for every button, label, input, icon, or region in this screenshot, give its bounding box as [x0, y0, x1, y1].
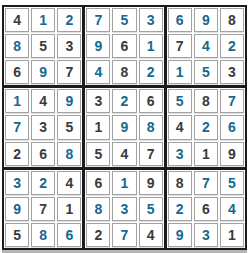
sudoku-box-7: 324971586: [4, 170, 82, 248]
cell-r5c1[interactable]: 7: [5, 115, 29, 139]
cell-r3c5[interactable]: 8: [112, 60, 136, 84]
cell-r7c4[interactable]: 6: [86, 171, 110, 195]
cell-r5c3[interactable]: 5: [57, 115, 81, 139]
cell-r1c8[interactable]: 9: [194, 8, 218, 32]
cell-r4c4[interactable]: 3: [86, 89, 110, 113]
cell-r7c6[interactable]: 9: [139, 171, 163, 195]
cell-r9c6[interactable]: 4: [139, 223, 163, 247]
cell-r7c1[interactable]: 3: [5, 171, 29, 195]
cell-r4c6[interactable]: 6: [139, 89, 163, 113]
cell-r2c7[interactable]: 7: [168, 34, 192, 58]
cell-r2c5[interactable]: 6: [112, 34, 136, 58]
sudoku-box-6: 587426319: [167, 88, 245, 166]
cell-r3c3[interactable]: 7: [57, 60, 81, 84]
cell-r3c6[interactable]: 2: [139, 60, 163, 84]
cell-r7c9[interactable]: 5: [220, 171, 244, 195]
cell-r9c3[interactable]: 6: [57, 223, 81, 247]
cell-r3c9[interactable]: 3: [220, 60, 244, 84]
cell-r9c5[interactable]: 7: [112, 223, 136, 247]
cell-r7c8[interactable]: 7: [194, 171, 218, 195]
cell-r6c2[interactable]: 6: [31, 142, 55, 166]
cell-r1c7[interactable]: 6: [168, 8, 192, 32]
cell-r1c3[interactable]: 2: [57, 8, 81, 32]
cell-r2c8[interactable]: 4: [194, 34, 218, 58]
cell-r4c1[interactable]: 1: [5, 89, 29, 113]
cell-r6c4[interactable]: 5: [86, 142, 110, 166]
cell-r8c1[interactable]: 9: [5, 197, 29, 221]
sudoku-box-2: 753961482: [85, 7, 163, 85]
cell-r9c1[interactable]: 5: [5, 223, 29, 247]
cell-r1c5[interactable]: 5: [112, 8, 136, 32]
cell-r8c6[interactable]: 5: [139, 197, 163, 221]
cell-r6c7[interactable]: 3: [168, 142, 192, 166]
cell-r4c8[interactable]: 8: [194, 89, 218, 113]
cell-r2c6[interactable]: 1: [139, 34, 163, 58]
cell-r2c4[interactable]: 9: [86, 34, 110, 58]
cell-r9c7[interactable]: 9: [168, 223, 192, 247]
cell-r8c9[interactable]: 4: [220, 197, 244, 221]
cell-r6c9[interactable]: 9: [220, 142, 244, 166]
cell-r5c7[interactable]: 4: [168, 115, 192, 139]
cell-r1c4[interactable]: 7: [86, 8, 110, 32]
cell-r3c7[interactable]: 1: [168, 60, 192, 84]
sudoku-box-8: 619835274: [85, 170, 163, 248]
cell-r7c2[interactable]: 2: [31, 171, 55, 195]
cell-r4c2[interactable]: 4: [31, 89, 55, 113]
cell-r7c7[interactable]: 8: [168, 171, 192, 195]
cell-r8c3[interactable]: 1: [57, 197, 81, 221]
cell-r6c3[interactable]: 8: [57, 142, 81, 166]
cell-r1c2[interactable]: 1: [31, 8, 55, 32]
cell-r5c2[interactable]: 3: [31, 115, 55, 139]
cell-r8c7[interactable]: 2: [168, 197, 192, 221]
cell-r5c6[interactable]: 8: [139, 115, 163, 139]
cell-r6c8[interactable]: 1: [194, 142, 218, 166]
cell-r2c3[interactable]: 3: [57, 34, 81, 58]
sudoku-box-1: 412853697: [4, 7, 82, 85]
sudoku-box-4: 149735268: [4, 88, 82, 166]
cell-r3c1[interactable]: 6: [5, 60, 29, 84]
cell-r1c9[interactable]: 8: [220, 8, 244, 32]
cell-r4c3[interactable]: 9: [57, 89, 81, 113]
sudoku-box-5: 326198547: [85, 88, 163, 166]
cell-r3c4[interactable]: 4: [86, 60, 110, 84]
cell-r6c6[interactable]: 7: [139, 142, 163, 166]
cell-r6c1[interactable]: 2: [5, 142, 29, 166]
cell-r9c9[interactable]: 1: [220, 223, 244, 247]
cell-r5c9[interactable]: 6: [220, 115, 244, 139]
cell-r3c8[interactable]: 5: [194, 60, 218, 84]
cell-r9c2[interactable]: 8: [31, 223, 55, 247]
cell-r8c5[interactable]: 3: [112, 197, 136, 221]
cell-r8c8[interactable]: 6: [194, 197, 218, 221]
cell-r6c5[interactable]: 4: [112, 142, 136, 166]
cell-r3c2[interactable]: 9: [31, 60, 55, 84]
cell-r8c4[interactable]: 8: [86, 197, 110, 221]
cell-r8c2[interactable]: 7: [31, 197, 55, 221]
sudoku-box-9: 875264931: [167, 170, 245, 248]
cell-r5c4[interactable]: 1: [86, 115, 110, 139]
cell-r7c3[interactable]: 4: [57, 171, 81, 195]
cell-r1c6[interactable]: 3: [139, 8, 163, 32]
cell-r4c7[interactable]: 5: [168, 89, 192, 113]
cell-r2c2[interactable]: 5: [31, 34, 55, 58]
cell-r4c9[interactable]: 7: [220, 89, 244, 113]
sudoku-board-frame: 4128536977539614826987421531497352683261…: [2, 5, 247, 250]
cell-r4c5[interactable]: 2: [112, 89, 136, 113]
sudoku-board: 4128536977539614826987421531497352683261…: [4, 7, 245, 248]
cell-r5c5[interactable]: 9: [112, 115, 136, 139]
cell-r5c8[interactable]: 2: [194, 115, 218, 139]
cell-r7c5[interactable]: 1: [112, 171, 136, 195]
cell-r2c9[interactable]: 2: [220, 34, 244, 58]
cell-r9c4[interactable]: 2: [86, 223, 110, 247]
cell-r1c1[interactable]: 4: [5, 8, 29, 32]
sudoku-box-3: 698742153: [167, 7, 245, 85]
cell-r9c8[interactable]: 3: [194, 223, 218, 247]
cell-r2c1[interactable]: 8: [5, 34, 29, 58]
